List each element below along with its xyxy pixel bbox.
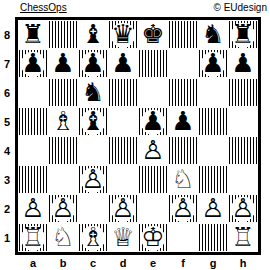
square-h4[interactable]: [228, 136, 258, 165]
file-labels: abcdefgh: [18, 256, 258, 269]
square-g2[interactable]: ♙: [198, 194, 228, 223]
square-d8[interactable]: ♛: [108, 20, 138, 49]
square-c5[interactable]: ♝: [78, 107, 108, 136]
square-h8[interactable]: ♜: [228, 20, 258, 49]
square-a6[interactable]: [18, 78, 48, 107]
square-f3[interactable]: ♘: [168, 165, 198, 194]
square-b5[interactable]: ♗: [48, 107, 78, 136]
black-knight-g8: ♞: [198, 20, 228, 49]
square-b1[interactable]: ♘: [48, 223, 78, 252]
square-g6[interactable]: [198, 78, 228, 107]
square-c1[interactable]: ♗: [78, 223, 108, 252]
black-knight-c6: ♞: [78, 78, 108, 107]
square-b2[interactable]: ♙: [48, 194, 78, 223]
square-h1[interactable]: ♖: [228, 223, 258, 252]
white-king-e1: ♔: [138, 223, 168, 252]
white-pawn-f2: ♙: [168, 194, 198, 223]
square-c3[interactable]: ♙: [78, 165, 108, 194]
square-g1[interactable]: [198, 223, 228, 252]
black-bishop-c8: ♝: [78, 20, 108, 49]
square-a3[interactable]: [18, 165, 48, 194]
file-label-f: f: [168, 256, 198, 269]
black-bishop-c5: ♝: [78, 107, 108, 136]
square-f5[interactable]: ♟: [168, 107, 198, 136]
square-d1[interactable]: ♕: [108, 223, 138, 252]
square-b4[interactable]: [48, 136, 78, 165]
square-a2[interactable]: ♙: [18, 194, 48, 223]
white-pawn-e4: ♙: [138, 136, 168, 165]
square-g4[interactable]: [198, 136, 228, 165]
white-pawn-d2: ♙: [108, 194, 138, 223]
white-rook-h1: ♖: [228, 223, 258, 252]
square-h3[interactable]: [228, 165, 258, 194]
black-pawn-b7: ♟: [48, 49, 78, 78]
black-pawn-a7: ♟: [18, 49, 48, 78]
square-e2[interactable]: [138, 194, 168, 223]
rank-label-1: 1: [0, 223, 14, 252]
square-e5[interactable]: ♟: [138, 107, 168, 136]
square-f4[interactable]: [168, 136, 198, 165]
file-label-d: d: [108, 256, 138, 269]
square-a7[interactable]: ♟: [18, 49, 48, 78]
white-pawn-a2: ♙: [18, 194, 48, 223]
square-g5[interactable]: [198, 107, 228, 136]
square-b8[interactable]: [48, 20, 78, 49]
white-pawn-b2: ♙: [48, 194, 78, 223]
app-title[interactable]: ChessOps: [20, 2, 67, 14]
square-h7[interactable]: ♟: [228, 49, 258, 78]
rank-labels: 87654321: [0, 20, 14, 252]
square-d7[interactable]: ♟: [108, 49, 138, 78]
square-d6[interactable]: [108, 78, 138, 107]
white-bishop-b5: ♗: [48, 107, 78, 136]
white-bishop-c1: ♗: [78, 223, 108, 252]
square-b6[interactable]: [48, 78, 78, 107]
square-e8[interactable]: ♚: [138, 20, 168, 49]
rank-label-5: 5: [0, 107, 14, 136]
rank-label-6: 6: [0, 78, 14, 107]
square-f8[interactable]: [168, 20, 198, 49]
copyright-credit: © EUdesign: [213, 2, 267, 14]
square-e7[interactable]: [138, 49, 168, 78]
square-b7[interactable]: ♟: [48, 49, 78, 78]
black-queen-d8: ♛: [108, 20, 138, 49]
rank-label-4: 4: [0, 136, 14, 165]
white-pawn-g2: ♙: [198, 194, 228, 223]
chess-board: ♜♝♛♚♞♜♟♟♟♟♟♟♞♗♝♟♟♙♙♘♙♙♙♙♙♙♖♘♗♕♔♖: [15, 17, 261, 255]
square-c6[interactable]: ♞: [78, 78, 108, 107]
black-pawn-h7: ♟: [228, 49, 258, 78]
rank-label-3: 3: [0, 165, 14, 194]
square-e4[interactable]: ♙: [138, 136, 168, 165]
white-rook-a1: ♖: [18, 223, 48, 252]
square-h2[interactable]: ♙: [228, 194, 258, 223]
square-f1[interactable]: [168, 223, 198, 252]
file-label-c: c: [78, 256, 108, 269]
black-king-e8: ♚: [138, 20, 168, 49]
black-pawn-g7: ♟: [198, 49, 228, 78]
file-label-e: e: [138, 256, 168, 269]
black-rook-a8: ♜: [18, 20, 48, 49]
square-c8[interactable]: ♝: [78, 20, 108, 49]
white-knight-b1: ♘: [48, 223, 78, 252]
square-h5[interactable]: [228, 107, 258, 136]
white-pawn-c3: ♙: [78, 165, 108, 194]
square-h6[interactable]: [228, 78, 258, 107]
square-a1[interactable]: ♖: [18, 223, 48, 252]
file-label-h: h: [228, 256, 258, 269]
file-label-b: b: [48, 256, 78, 269]
white-knight-f3: ♘: [168, 165, 198, 194]
black-pawn-e5: ♟: [138, 107, 168, 136]
square-d4[interactable]: [108, 136, 138, 165]
square-f6[interactable]: [168, 78, 198, 107]
white-queen-d1: ♕: [108, 223, 138, 252]
square-b3[interactable]: [48, 165, 78, 194]
square-e3[interactable]: [138, 165, 168, 194]
rank-label-2: 2: [0, 194, 14, 223]
rank-label-7: 7: [0, 49, 14, 78]
square-g8[interactable]: ♞: [198, 20, 228, 49]
square-g7[interactable]: ♟: [198, 49, 228, 78]
square-f2[interactable]: ♙: [168, 194, 198, 223]
file-label-g: g: [198, 256, 228, 269]
black-pawn-f5: ♟: [168, 107, 198, 136]
black-rook-h8: ♜: [228, 20, 258, 49]
square-g3[interactable]: [198, 165, 228, 194]
black-pawn-d7: ♟: [108, 49, 138, 78]
square-d2[interactable]: ♙: [108, 194, 138, 223]
square-e1[interactable]: ♔: [138, 223, 168, 252]
square-d3[interactable]: [108, 165, 138, 194]
square-c7[interactable]: ♟: [78, 49, 108, 78]
rank-label-8: 8: [0, 20, 14, 49]
square-c2[interactable]: [78, 194, 108, 223]
square-d5[interactable]: [108, 107, 138, 136]
square-a4[interactable]: [18, 136, 48, 165]
square-a5[interactable]: [18, 107, 48, 136]
square-e6[interactable]: [138, 78, 168, 107]
square-f7[interactable]: [168, 49, 198, 78]
square-a8[interactable]: ♜: [18, 20, 48, 49]
square-c4[interactable]: [78, 136, 108, 165]
white-pawn-h2: ♙: [228, 194, 258, 223]
black-pawn-c7: ♟: [78, 49, 108, 78]
file-label-a: a: [18, 256, 48, 269]
